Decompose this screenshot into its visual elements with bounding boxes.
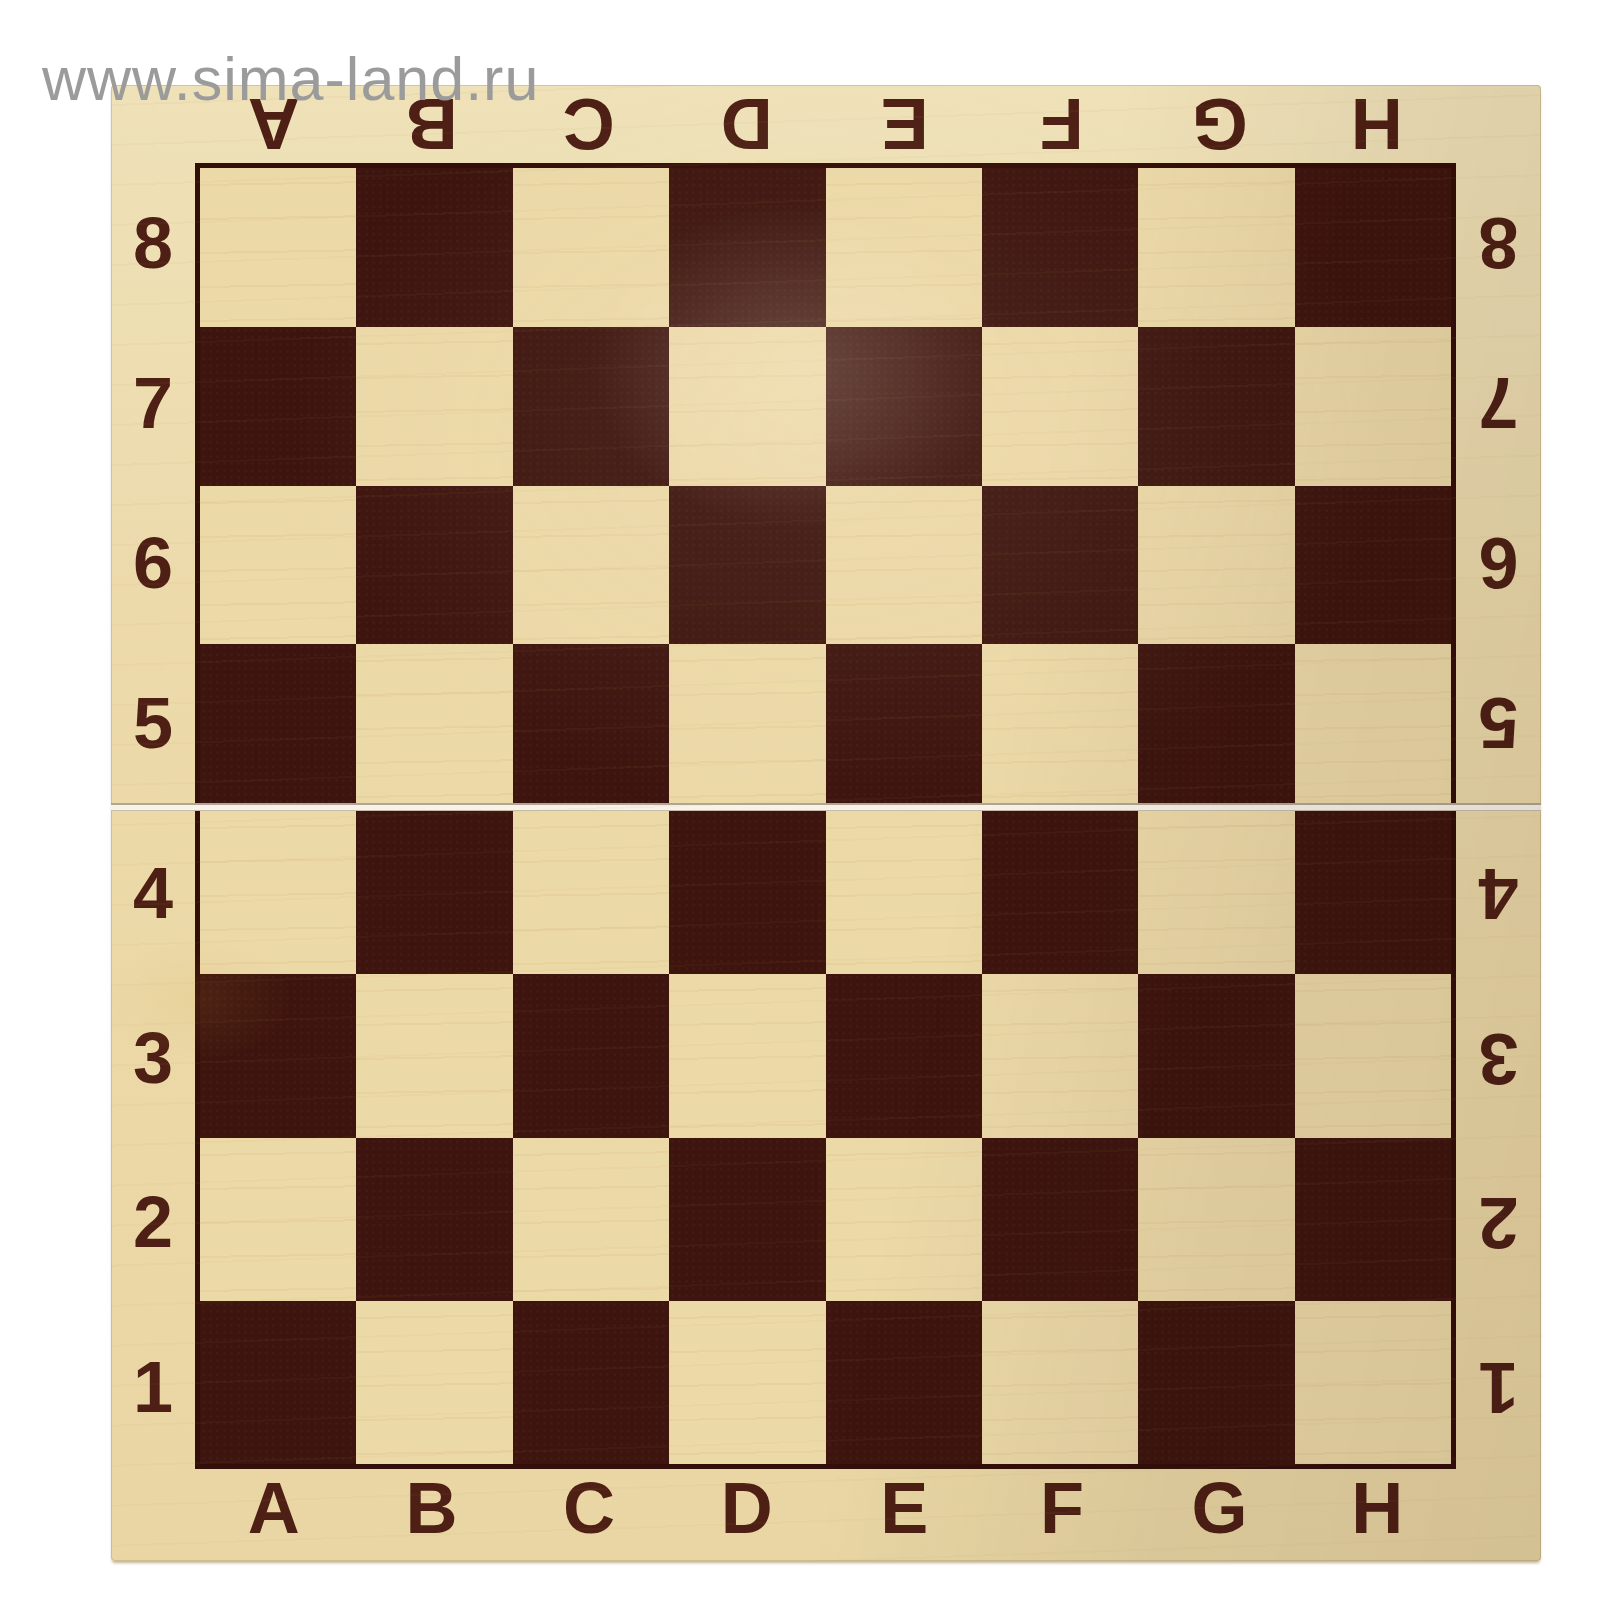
square-h8[interactable] <box>1295 168 1451 327</box>
square-g8[interactable] <box>1138 168 1294 327</box>
square-b4[interactable] <box>356 811 512 974</box>
square-d7[interactable] <box>669 327 825 486</box>
square-h2[interactable] <box>1295 1138 1451 1301</box>
file-label-top-e: E <box>826 87 984 161</box>
rank-label-left-5: 5 <box>111 643 195 803</box>
square-h5[interactable] <box>1295 644 1451 803</box>
square-c8[interactable] <box>513 168 669 327</box>
file-label-bottom-e: E <box>826 1475 984 1541</box>
rank-labels-left: 8765 4321 <box>111 163 195 1469</box>
square-a3[interactable] <box>200 974 356 1137</box>
square-a7[interactable] <box>200 327 356 486</box>
square-b8[interactable] <box>356 168 512 327</box>
rank-label-right-4: 4 <box>1456 811 1541 976</box>
square-a2[interactable] <box>200 1138 356 1301</box>
rank-label-left-1: 1 <box>111 1305 195 1470</box>
rank-label-right-8: 8 <box>1456 163 1541 323</box>
rank-label-left-6: 6 <box>111 483 195 643</box>
square-b6[interactable] <box>356 486 512 645</box>
square-g5[interactable] <box>1138 644 1294 803</box>
rank-labels-right-lower: 4321 <box>1456 811 1541 1469</box>
rank-label-left-7: 7 <box>111 323 195 483</box>
file-label-bottom-g: G <box>1141 1475 1299 1541</box>
square-b2[interactable] <box>356 1138 512 1301</box>
rank-labels-right-seam-gap <box>1456 803 1541 811</box>
square-g2[interactable] <box>1138 1138 1294 1301</box>
product-photo: ABCDEFGH 8765 4321 8765 4321 ABCDEFGH ww… <box>0 0 1600 1600</box>
square-a8[interactable] <box>200 168 356 327</box>
square-e4[interactable] <box>826 811 982 974</box>
file-label-top-h: H <box>1298 87 1456 161</box>
file-labels-bottom: ABCDEFGH <box>195 1475 1456 1541</box>
file-label-bottom-d: D <box>668 1475 826 1541</box>
square-b3[interactable] <box>356 974 512 1137</box>
file-label-top-g: G <box>1141 87 1299 161</box>
square-h7[interactable] <box>1295 327 1451 486</box>
rank-labels-right-upper: 8765 <box>1456 163 1541 803</box>
square-c4[interactable] <box>513 811 669 974</box>
file-label-bottom-c: C <box>510 1475 668 1541</box>
rank-labels-left-upper: 8765 <box>111 163 195 803</box>
board-fold-seam <box>111 803 1541 811</box>
file-label-bottom-a: A <box>195 1475 353 1541</box>
square-a5[interactable] <box>200 644 356 803</box>
rank-label-left-2: 2 <box>111 1140 195 1305</box>
square-b5[interactable] <box>356 644 512 803</box>
square-d8[interactable] <box>669 168 825 327</box>
file-label-bottom-f: F <box>983 1475 1141 1541</box>
square-c6[interactable] <box>513 486 669 645</box>
square-c5[interactable] <box>513 644 669 803</box>
square-e2[interactable] <box>826 1138 982 1301</box>
square-e5[interactable] <box>826 644 982 803</box>
square-e7[interactable] <box>826 327 982 486</box>
square-h4[interactable] <box>1295 811 1451 974</box>
square-e8[interactable] <box>826 168 982 327</box>
rank-label-right-7: 7 <box>1456 323 1541 483</box>
square-f5[interactable] <box>982 644 1138 803</box>
square-h1[interactable] <box>1295 1301 1451 1464</box>
rank-label-left-3: 3 <box>111 976 195 1141</box>
square-c7[interactable] <box>513 327 669 486</box>
watermark: www.sima-land.ru <box>42 44 539 114</box>
square-e6[interactable] <box>826 486 982 645</box>
square-e3[interactable] <box>826 974 982 1137</box>
square-h6[interactable] <box>1295 486 1451 645</box>
chessboard: ABCDEFGH 8765 4321 8765 4321 ABCDEFGH <box>111 85 1541 1561</box>
square-f2[interactable] <box>982 1138 1138 1301</box>
square-g7[interactable] <box>1138 327 1294 486</box>
square-a1[interactable] <box>200 1301 356 1464</box>
square-e1[interactable] <box>826 1301 982 1464</box>
square-f7[interactable] <box>982 327 1138 486</box>
rank-labels-left-lower: 4321 <box>111 811 195 1469</box>
square-c1[interactable] <box>513 1301 669 1464</box>
square-f8[interactable] <box>982 168 1138 327</box>
rank-label-left-8: 8 <box>111 163 195 323</box>
square-a4[interactable] <box>200 811 356 974</box>
square-g3[interactable] <box>1138 974 1294 1137</box>
rank-labels-right: 8765 4321 <box>1456 163 1541 1469</box>
square-b7[interactable] <box>356 327 512 486</box>
square-d3[interactable] <box>669 974 825 1137</box>
square-a6[interactable] <box>200 486 356 645</box>
square-d6[interactable] <box>669 486 825 645</box>
square-d4[interactable] <box>669 811 825 974</box>
square-d1[interactable] <box>669 1301 825 1464</box>
square-b1[interactable] <box>356 1301 512 1464</box>
rank-label-right-2: 2 <box>1456 1140 1541 1305</box>
square-c2[interactable] <box>513 1138 669 1301</box>
board-top-half <box>195 163 1456 803</box>
file-label-top-d: D <box>668 87 826 161</box>
rank-label-left-4: 4 <box>111 811 195 976</box>
square-f1[interactable] <box>982 1301 1138 1464</box>
square-f6[interactable] <box>982 486 1138 645</box>
square-g1[interactable] <box>1138 1301 1294 1464</box>
square-d5[interactable] <box>669 644 825 803</box>
square-d2[interactable] <box>669 1138 825 1301</box>
rank-label-right-1: 1 <box>1456 1305 1541 1470</box>
board-bottom-half <box>195 811 1456 1469</box>
file-label-bottom-h: H <box>1298 1475 1456 1541</box>
rank-label-right-6: 6 <box>1456 483 1541 643</box>
square-g4[interactable] <box>1138 811 1294 974</box>
square-c3[interactable] <box>513 974 669 1137</box>
square-f4[interactable] <box>982 811 1138 974</box>
rank-label-right-5: 5 <box>1456 643 1541 803</box>
square-f3[interactable] <box>982 974 1138 1137</box>
rank-label-right-3: 3 <box>1456 976 1541 1141</box>
file-label-top-f: F <box>983 87 1141 161</box>
square-h3[interactable] <box>1295 974 1451 1137</box>
square-g6[interactable] <box>1138 486 1294 645</box>
file-label-bottom-b: B <box>353 1475 511 1541</box>
